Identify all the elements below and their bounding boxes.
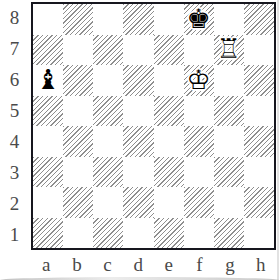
white-rook-piece[interactable]: ♖ xyxy=(217,35,241,62)
file-label-f: f xyxy=(184,251,215,278)
square-c7[interactable] xyxy=(93,35,123,66)
square-a7[interactable] xyxy=(33,35,63,66)
square-c1[interactable] xyxy=(93,218,123,249)
square-d2[interactable] xyxy=(123,187,153,218)
square-f1[interactable] xyxy=(184,218,214,249)
square-a1[interactable] xyxy=(33,218,63,249)
square-c2[interactable] xyxy=(93,187,123,218)
rank-label-7: 7 xyxy=(0,33,29,64)
square-e5[interactable] xyxy=(154,96,184,127)
square-f6[interactable]: ♔ xyxy=(184,65,214,96)
file-label-h: h xyxy=(245,251,276,278)
square-e2[interactable] xyxy=(154,187,184,218)
square-d7[interactable] xyxy=(123,35,153,66)
black-king-piece[interactable]: ♚ xyxy=(187,5,211,32)
square-d3[interactable] xyxy=(123,157,153,188)
square-h1[interactable] xyxy=(244,218,274,249)
square-e3[interactable] xyxy=(154,157,184,188)
square-d1[interactable] xyxy=(123,218,153,249)
square-f4[interactable] xyxy=(184,126,214,157)
square-a5[interactable] xyxy=(33,96,63,127)
square-b3[interactable] xyxy=(63,157,93,188)
square-e1[interactable] xyxy=(154,218,184,249)
square-a8[interactable] xyxy=(33,4,63,35)
square-a2[interactable] xyxy=(33,187,63,218)
square-c8[interactable] xyxy=(93,4,123,35)
square-g1[interactable] xyxy=(214,218,244,249)
rank-label-6: 6 xyxy=(0,64,29,95)
square-f7[interactable] xyxy=(184,35,214,66)
black-bishop-piece[interactable]: ♝ xyxy=(36,66,60,93)
square-g4[interactable] xyxy=(214,126,244,157)
square-e7[interactable] xyxy=(154,35,184,66)
square-e4[interactable] xyxy=(154,126,184,157)
square-h3[interactable] xyxy=(244,157,274,188)
square-a4[interactable] xyxy=(33,126,63,157)
square-b2[interactable] xyxy=(63,187,93,218)
square-b5[interactable] xyxy=(63,96,93,127)
file-labels: abcdefgh xyxy=(31,251,276,278)
square-h6[interactable] xyxy=(244,65,274,96)
square-b1[interactable] xyxy=(63,218,93,249)
white-king-piece[interactable]: ♔ xyxy=(187,66,211,93)
square-e6[interactable] xyxy=(154,65,184,96)
file-label-b: b xyxy=(62,251,93,278)
chess-board: ♚♖♝♔ xyxy=(31,2,276,250)
square-g2[interactable] xyxy=(214,187,244,218)
square-f2[interactable] xyxy=(184,187,214,218)
square-c4[interactable] xyxy=(93,126,123,157)
chess-diagram: 87654321 ♚♖♝♔ abcdefgh xyxy=(0,0,279,280)
square-e8[interactable] xyxy=(154,4,184,35)
square-h2[interactable] xyxy=(244,187,274,218)
scan-artifact-right xyxy=(277,0,279,280)
square-d5[interactable] xyxy=(123,96,153,127)
square-f3[interactable] xyxy=(184,157,214,188)
file-label-g: g xyxy=(215,251,246,278)
rank-label-5: 5 xyxy=(0,95,29,126)
square-b8[interactable] xyxy=(63,4,93,35)
square-a6[interactable]: ♝ xyxy=(33,65,63,96)
square-d6[interactable] xyxy=(123,65,153,96)
file-label-e: e xyxy=(154,251,185,278)
square-b6[interactable] xyxy=(63,65,93,96)
file-label-c: c xyxy=(92,251,123,278)
square-h4[interactable] xyxy=(244,126,274,157)
square-c3[interactable] xyxy=(93,157,123,188)
rank-label-4: 4 xyxy=(0,126,29,157)
square-c6[interactable] xyxy=(93,65,123,96)
square-h8[interactable] xyxy=(244,4,274,35)
square-d4[interactable] xyxy=(123,126,153,157)
square-c5[interactable] xyxy=(93,96,123,127)
square-g3[interactable] xyxy=(214,157,244,188)
square-g5[interactable] xyxy=(214,96,244,127)
square-g8[interactable] xyxy=(214,4,244,35)
square-g6[interactable] xyxy=(214,65,244,96)
rank-label-1: 1 xyxy=(0,219,29,250)
square-b4[interactable] xyxy=(63,126,93,157)
rank-label-8: 8 xyxy=(0,2,29,33)
rank-labels: 87654321 xyxy=(0,2,29,250)
square-d8[interactable] xyxy=(123,4,153,35)
square-h7[interactable] xyxy=(244,35,274,66)
square-b7[interactable] xyxy=(63,35,93,66)
file-label-a: a xyxy=(31,251,62,278)
file-label-d: d xyxy=(123,251,154,278)
square-f5[interactable] xyxy=(184,96,214,127)
square-f8[interactable]: ♚ xyxy=(184,4,214,35)
square-g7[interactable]: ♖ xyxy=(214,35,244,66)
rank-label-2: 2 xyxy=(0,188,29,219)
rank-label-3: 3 xyxy=(0,157,29,188)
square-h5[interactable] xyxy=(244,96,274,127)
square-a3[interactable] xyxy=(33,157,63,188)
